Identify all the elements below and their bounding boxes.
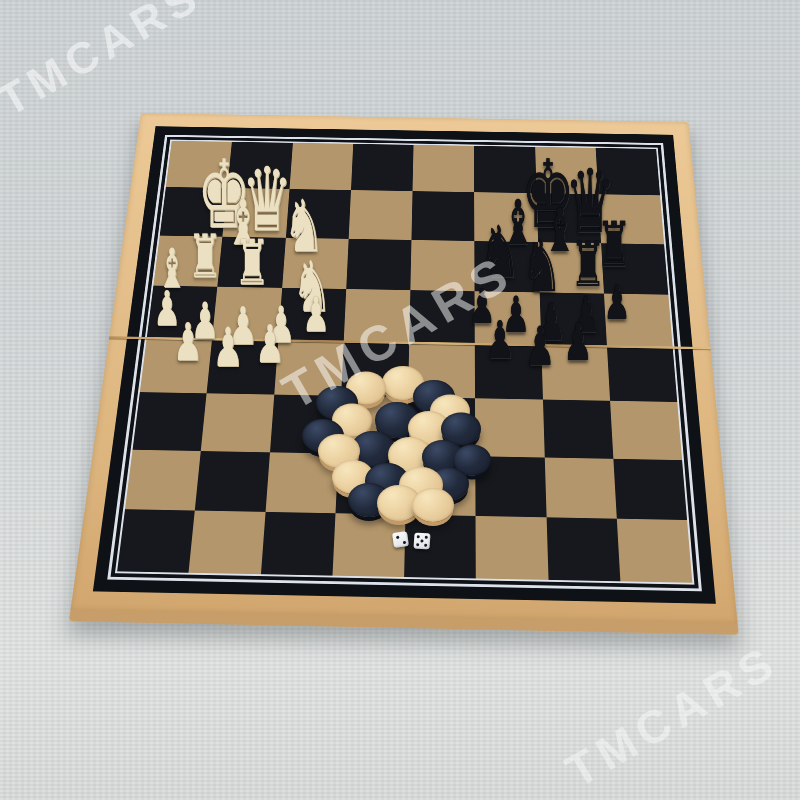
- square-f3: [475, 398, 544, 457]
- square-h5: [604, 293, 673, 347]
- square-f8: [474, 146, 536, 194]
- square-e1: [404, 514, 476, 578]
- product-photo-scene: ♚♛♝♞♜♝♜♞♟♟♟♟♟♟♟♟♚♛♝♜♝♞♜♞♟♟♟♟♟♟♟♟ TMCARS …: [0, 0, 800, 800]
- square-f7: [474, 192, 537, 241]
- chess-board: [69, 113, 739, 635]
- square-b6: [218, 236, 286, 287]
- square-d5: [344, 289, 411, 343]
- square-d6: [346, 239, 411, 290]
- square-f6: [475, 241, 540, 293]
- square-c2: [265, 452, 338, 513]
- border-pinstripe-inner: [115, 140, 694, 585]
- square-c4: [274, 340, 344, 396]
- square-d1: [332, 513, 405, 577]
- square-h3: [610, 401, 682, 460]
- square-f1: [476, 516, 548, 580]
- board-border-band: [93, 126, 716, 604]
- square-a7: [160, 187, 228, 236]
- square-c8: [289, 143, 353, 190]
- square-a3: [133, 392, 207, 450]
- square-g6: [538, 242, 604, 294]
- square-e5: [409, 290, 475, 344]
- square-h8: [595, 148, 660, 196]
- square-a4: [140, 338, 212, 394]
- square-g2: [544, 457, 616, 518]
- watermark-bottom-right: TMCARS: [557, 634, 788, 798]
- square-d2: [335, 453, 407, 514]
- square-b8: [227, 142, 292, 189]
- square-h4: [607, 346, 678, 402]
- square-d7: [348, 190, 412, 239]
- square-g1: [546, 517, 620, 581]
- square-h7: [598, 194, 664, 244]
- square-g8: [535, 147, 598, 195]
- square-b5: [212, 287, 281, 341]
- wooden-frame: [69, 113, 739, 635]
- square-h1: [617, 518, 693, 582]
- square-d3: [338, 396, 408, 454]
- square-g3: [543, 400, 614, 459]
- square-e6: [410, 240, 474, 291]
- square-a1: [117, 509, 195, 573]
- square-c1: [260, 512, 335, 576]
- square-c6: [282, 237, 349, 288]
- square-e8: [413, 145, 475, 192]
- square-a5: [147, 285, 218, 338]
- square-f5: [475, 291, 541, 345]
- square-f4: [475, 344, 543, 400]
- square-g4: [541, 345, 610, 401]
- square-g7: [536, 193, 601, 243]
- square-d4: [341, 341, 409, 397]
- square-f2: [475, 456, 546, 517]
- square-e3: [407, 397, 476, 456]
- square-h2: [613, 458, 687, 519]
- square-a6: [153, 235, 222, 286]
- square-b1: [189, 510, 265, 574]
- square-b4: [207, 339, 278, 395]
- square-c3: [270, 395, 341, 453]
- square-b2: [195, 451, 270, 512]
- square-e2: [405, 455, 475, 516]
- square-a2: [125, 449, 201, 510]
- board-grid: [117, 141, 692, 583]
- square-a8: [166, 141, 232, 188]
- square-b3: [201, 394, 274, 452]
- square-g5: [539, 292, 607, 346]
- watermark-top-left: TMCARS: [0, 0, 210, 126]
- square-c5: [278, 288, 346, 342]
- square-e7: [411, 191, 474, 240]
- square-c7: [285, 189, 350, 238]
- square-b7: [223, 188, 289, 237]
- square-d8: [351, 144, 414, 191]
- border-pinstripe-outer: [107, 135, 702, 591]
- square-h6: [601, 243, 668, 295]
- square-e4: [408, 342, 475, 398]
